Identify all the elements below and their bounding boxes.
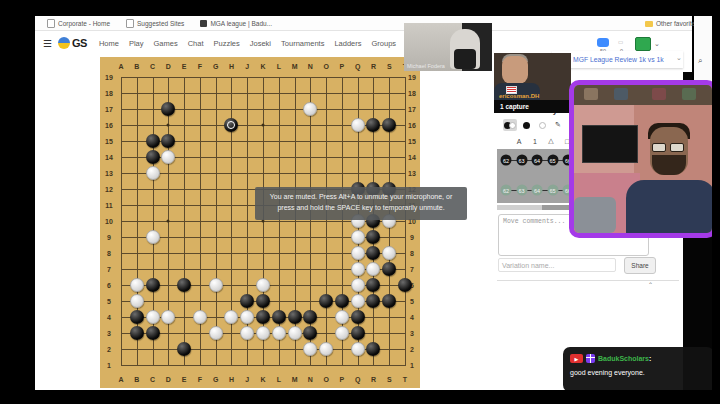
coord-col-bottom: L bbox=[277, 376, 281, 383]
coord-col-top: R bbox=[371, 63, 376, 70]
coord-col-bottom: H bbox=[229, 376, 234, 383]
coord-row-left: 9 bbox=[107, 234, 111, 241]
black-stone-Q3 bbox=[351, 326, 365, 340]
cam-shelf bbox=[574, 85, 712, 105]
nav-item-ladders[interactable]: Ladders bbox=[334, 39, 361, 48]
chevron-down-icon[interactable]: ⌄ bbox=[676, 54, 682, 62]
black-stone-H16 bbox=[224, 118, 238, 132]
white-stone-H4 bbox=[224, 310, 238, 324]
black-stone-C15 bbox=[146, 134, 160, 148]
tool-letter-button[interactable]: A bbox=[512, 135, 526, 147]
nav-item-tournaments[interactable]: Tournaments bbox=[281, 39, 324, 48]
page-icon bbox=[47, 19, 55, 28]
shelf-item bbox=[584, 88, 598, 100]
coord-col-top: C bbox=[150, 63, 155, 70]
black-stone-T6 bbox=[398, 278, 412, 292]
logo-ball-icon bbox=[58, 37, 70, 49]
nav-item-home[interactable]: Home bbox=[99, 39, 119, 48]
coord-col-bottom: S bbox=[387, 376, 392, 383]
menu-icon[interactable]: ☰ bbox=[43, 38, 52, 49]
letterbox-left bbox=[0, 16, 35, 390]
coord-col-bottom: M bbox=[292, 376, 298, 383]
game-title-bar[interactable]: MGF League Review 1k vs 1k bbox=[552, 51, 683, 68]
coord-row-right: 1 bbox=[410, 362, 414, 369]
bookmark-label: Suggested Sites bbox=[137, 20, 184, 27]
white-stone-icon bbox=[509, 122, 516, 129]
white-stone-C9 bbox=[146, 230, 160, 244]
coord-row-left: 14 bbox=[105, 154, 113, 161]
move-node-64[interactable]: 64 bbox=[532, 155, 543, 166]
black-stone-D15 bbox=[161, 134, 175, 148]
white-stone-Q5 bbox=[351, 294, 365, 308]
black-stone-S7 bbox=[382, 262, 396, 276]
coord-row-right: 3 bbox=[410, 330, 414, 337]
search-icon[interactable]: ⌕ bbox=[698, 56, 702, 66]
white-stone-M3 bbox=[288, 326, 302, 340]
star-point bbox=[262, 124, 265, 127]
variation-node-62[interactable]: 62 bbox=[501, 185, 512, 196]
black-stone-N3 bbox=[303, 326, 317, 340]
white-stone-F4 bbox=[193, 310, 207, 324]
white-stone-Q6 bbox=[351, 278, 365, 292]
coord-col-top: S bbox=[387, 63, 392, 70]
chat-message: good evening everyone. bbox=[570, 367, 645, 378]
star-point bbox=[167, 220, 170, 223]
black-stone-B4 bbox=[130, 310, 144, 324]
grid-line bbox=[405, 77, 406, 365]
variation-node-65[interactable]: 65 bbox=[547, 185, 558, 196]
chat-bubble-icon[interactable] bbox=[597, 38, 609, 47]
shelf-item bbox=[652, 88, 666, 100]
black-stone-R16 bbox=[366, 118, 380, 132]
webcam-name-label: Michael Fodera bbox=[407, 63, 445, 69]
letterbox-bottom bbox=[0, 390, 720, 404]
white-stone-J4 bbox=[240, 310, 254, 324]
black-stone-M4 bbox=[288, 310, 302, 324]
other-favorites-button[interactable]: Other favorites bbox=[645, 20, 699, 27]
glasses-lens bbox=[670, 143, 684, 152]
coord-col-top: Q bbox=[355, 63, 360, 70]
tool-pencil-button[interactable]: ✎ bbox=[551, 119, 565, 131]
coord-row-left: 12 bbox=[105, 186, 113, 193]
coord-col-top: F bbox=[198, 63, 202, 70]
nav-item-games[interactable]: Games bbox=[153, 39, 177, 48]
coord-row-left: 16 bbox=[105, 122, 113, 129]
black-stone-Q4 bbox=[351, 310, 365, 324]
coord-row-left: 8 bbox=[107, 250, 111, 257]
coord-row-right: 9 bbox=[410, 234, 414, 241]
coord-row-left: 17 bbox=[105, 106, 113, 113]
page-icon bbox=[126, 19, 134, 28]
white-stone-Q7 bbox=[351, 262, 365, 276]
bell-icon[interactable]: ▭ bbox=[618, 39, 623, 45]
pencil-icon: ✎ bbox=[555, 121, 561, 129]
white-stone-N2 bbox=[303, 342, 317, 356]
white-stone-S8 bbox=[382, 246, 396, 260]
coord-col-bottom: A bbox=[118, 376, 123, 383]
white-stone-G6 bbox=[209, 278, 223, 292]
black-stone-K4 bbox=[256, 310, 270, 324]
coord-row-left: 5 bbox=[107, 298, 111, 305]
black-stone-icon bbox=[523, 122, 530, 129]
coord-row-right: 17 bbox=[408, 106, 416, 113]
chevron-down-icon[interactable]: ⌄ bbox=[654, 40, 660, 48]
nav-item-chat[interactable]: Chat bbox=[188, 39, 204, 48]
muted-line1: You are muted. Press Alt+A to unmute you… bbox=[255, 191, 467, 202]
last-move-marker bbox=[227, 121, 235, 129]
white-stone-D4 bbox=[161, 310, 175, 324]
webcam-main-speaker[interactable] bbox=[569, 80, 717, 238]
white-stone-G3 bbox=[209, 326, 223, 340]
glasses-lens bbox=[652, 143, 666, 152]
black-stone-R5 bbox=[366, 294, 380, 308]
coord-row-left: 18 bbox=[105, 90, 113, 97]
white-stone-Q8 bbox=[351, 246, 365, 260]
site-icon bbox=[200, 20, 207, 27]
coord-col-top: H bbox=[229, 63, 234, 70]
nav-item-play[interactable]: Play bbox=[129, 39, 144, 48]
coord-row-right: 14 bbox=[408, 154, 416, 161]
coord-row-left: 15 bbox=[105, 138, 113, 145]
bookmarks-bar: Corporate - Home Suggested Sites MGA lea… bbox=[35, 17, 692, 31]
nav-item-joseki[interactable]: Joseki bbox=[250, 39, 271, 48]
black-stone-L4 bbox=[272, 310, 286, 324]
black-stone-C14 bbox=[146, 150, 160, 164]
tool-triangle-button[interactable]: △ bbox=[544, 135, 558, 147]
white-stone-K3 bbox=[256, 326, 270, 340]
coord-row-left: 2 bbox=[107, 346, 111, 353]
black-stone-P5 bbox=[335, 294, 349, 308]
shelf-item bbox=[614, 88, 628, 100]
coord-row-right: 19 bbox=[408, 74, 416, 81]
coord-row-right: 8 bbox=[410, 250, 414, 257]
white-stone-Q2 bbox=[351, 342, 365, 356]
letterbox-top bbox=[0, 0, 720, 16]
webcam-michael[interactable]: Michael Fodera bbox=[404, 23, 492, 71]
black-stone-D17 bbox=[161, 102, 175, 116]
screen: Corporate - Home Suggested Sites MGA lea… bbox=[0, 0, 720, 404]
coord-col-bottom: E bbox=[182, 376, 187, 383]
variation-node-64[interactable]: 64 bbox=[532, 185, 543, 196]
coord-col-bottom: T bbox=[403, 376, 407, 383]
coord-col-bottom: P bbox=[340, 376, 345, 383]
coord-row-right: 5 bbox=[410, 298, 414, 305]
nav-item-puzzles[interactable]: Puzzles bbox=[214, 39, 240, 48]
coord-col-top: G bbox=[213, 63, 218, 70]
black-stone-N4 bbox=[303, 310, 317, 324]
shelf-item bbox=[682, 88, 696, 100]
coord-col-bottom: Q bbox=[355, 376, 360, 383]
bookmark-corporate-home[interactable]: Corporate - Home bbox=[47, 19, 110, 28]
coord-row-right: 15 bbox=[408, 138, 416, 145]
nav-item-groups[interactable]: Groups bbox=[372, 39, 397, 48]
coord-row-right: 7 bbox=[410, 266, 414, 273]
capture-tool-icon[interactable] bbox=[635, 37, 651, 51]
coord-col-top: O bbox=[323, 63, 328, 70]
live-chat-message: ▶ BadukScholars: good evening everyone. bbox=[563, 347, 714, 392]
go-board[interactable]: AABBCCDDEEFFGGHHJJKKLLMMNNOOPPQQRRSSTT19… bbox=[100, 57, 420, 388]
black-stone-R8 bbox=[366, 246, 380, 260]
coord-row-left: 10 bbox=[105, 218, 113, 225]
coord-row-left: 4 bbox=[107, 314, 111, 321]
coord-col-bottom: N bbox=[308, 376, 313, 383]
coord-col-top: E bbox=[182, 63, 187, 70]
chat-username[interactable]: BadukScholars: bbox=[598, 353, 651, 364]
coord-row-right: 18 bbox=[408, 90, 416, 97]
bookmark-mga-league[interactable]: MGA league | Badu... bbox=[200, 20, 272, 27]
chevron-up-icon[interactable]: ⌃ bbox=[648, 281, 653, 288]
coord-col-bottom: D bbox=[166, 376, 171, 383]
coord-col-top: B bbox=[134, 63, 139, 70]
white-stone-N17 bbox=[303, 102, 317, 116]
white-stone-O2 bbox=[319, 342, 333, 356]
black-stone-S16 bbox=[382, 118, 396, 132]
white-stone-C13 bbox=[146, 166, 160, 180]
bookmark-label: Corporate - Home bbox=[58, 20, 110, 27]
black-stone-O5 bbox=[319, 294, 333, 308]
black-stone-B3 bbox=[130, 326, 144, 340]
move-node-63[interactable]: 63 bbox=[516, 155, 527, 166]
cam-person-body bbox=[626, 180, 716, 235]
move-node-62[interactable]: 62 bbox=[501, 155, 512, 166]
coord-row-right: 13 bbox=[408, 170, 416, 177]
bookmark-label: MGA league | Badu... bbox=[210, 20, 272, 27]
move-node-65[interactable]: 65 bbox=[547, 155, 558, 166]
coord-col-bottom: C bbox=[150, 376, 155, 383]
black-stone-J5 bbox=[240, 294, 254, 308]
muted-notification: You are muted. Press Alt+A to unmute you… bbox=[255, 187, 467, 220]
grid-line bbox=[121, 365, 406, 366]
coord-col-bottom: O bbox=[323, 376, 328, 383]
black-stone-S5 bbox=[382, 294, 396, 308]
black-stone-K5 bbox=[256, 294, 270, 308]
coord-col-top: N bbox=[308, 63, 313, 70]
coord-row-right: 2 bbox=[410, 346, 414, 353]
coord-col-top: M bbox=[292, 63, 298, 70]
tool-white-stone-button[interactable] bbox=[535, 119, 549, 131]
coord-col-top: A bbox=[118, 63, 123, 70]
coord-col-bottom: B bbox=[134, 376, 139, 383]
black-stone-R2 bbox=[366, 342, 380, 356]
white-stone-B5 bbox=[130, 294, 144, 308]
coord-col-bottom: J bbox=[245, 376, 249, 383]
coord-col-top: J bbox=[245, 63, 249, 70]
logo-text: GS bbox=[72, 37, 87, 49]
white-stone-D14 bbox=[161, 150, 175, 164]
bookmark-suggested-sites[interactable]: Suggested Sites bbox=[126, 19, 184, 28]
black-stone-C6 bbox=[146, 278, 160, 292]
coord-col-top: L bbox=[277, 63, 281, 70]
capture-count-label: 1 capture bbox=[500, 103, 529, 110]
gift-badge-icon bbox=[586, 354, 595, 363]
coord-row-right: 4 bbox=[410, 314, 414, 321]
folder-icon bbox=[645, 21, 653, 27]
black-stone-C3 bbox=[146, 326, 160, 340]
coord-col-top: P bbox=[340, 63, 345, 70]
coord-col-top: K bbox=[260, 63, 265, 70]
site-logo[interactable]: GS bbox=[58, 37, 87, 49]
white-stone-B6 bbox=[130, 278, 144, 292]
variation-name-input[interactable]: Variation name... bbox=[498, 258, 616, 272]
coord-row-left: 7 bbox=[107, 266, 111, 273]
capture-status-bar: 1 capture bbox=[494, 100, 571, 113]
white-stone-Q9 bbox=[351, 230, 365, 244]
white-stone-R7 bbox=[366, 262, 380, 276]
letterbox-right bbox=[712, 16, 720, 390]
black-stone-R6 bbox=[366, 278, 380, 292]
game-title-link[interactable]: MGF League Review 1k vs 1k bbox=[573, 56, 664, 63]
coord-col-bottom: R bbox=[371, 376, 376, 383]
coord-col-bottom: K bbox=[260, 376, 265, 383]
black-stone-R9 bbox=[366, 230, 380, 244]
coord-col-top: D bbox=[166, 63, 171, 70]
white-stone-C4 bbox=[146, 310, 160, 324]
webcam-name-label: ericosman.DH bbox=[499, 93, 539, 99]
white-stone-K6 bbox=[256, 278, 270, 292]
white-stone-Q16 bbox=[351, 118, 365, 132]
tool-black-stone-button[interactable] bbox=[519, 119, 533, 131]
cam-person-beard bbox=[652, 155, 686, 175]
cam-person-face bbox=[502, 56, 528, 84]
cam-person-face bbox=[454, 49, 476, 69]
white-stone-P3 bbox=[335, 326, 349, 340]
share-button[interactable]: Share bbox=[624, 257, 656, 274]
tool-number-button[interactable]: 1 bbox=[528, 135, 542, 147]
star-point bbox=[167, 124, 170, 127]
coord-row-left: 13 bbox=[105, 170, 113, 177]
coord-row-left: 1 bbox=[107, 362, 111, 369]
black-stone-E2 bbox=[177, 342, 191, 356]
cam-tv bbox=[582, 125, 638, 163]
tool-alternate-stones-button[interactable] bbox=[503, 119, 517, 131]
grid-line bbox=[326, 77, 327, 365]
coord-row-left: 6 bbox=[107, 282, 111, 289]
muted-line2: press and hold the SPACE key to temporar… bbox=[255, 202, 467, 213]
coord-col-bottom: F bbox=[198, 376, 202, 383]
video-badge-icon: ▶ bbox=[570, 354, 583, 363]
white-stone-P4 bbox=[335, 310, 349, 324]
cam-cushion bbox=[574, 197, 616, 233]
coord-row-left: 11 bbox=[105, 202, 112, 209]
coord-row-left: 3 bbox=[107, 330, 111, 337]
coord-row-left: 19 bbox=[105, 74, 113, 81]
coord-row-right: 16 bbox=[408, 122, 416, 129]
white-stone-icon bbox=[539, 122, 546, 129]
other-favorites-label: Other favorites bbox=[656, 20, 699, 27]
white-stone-L3 bbox=[272, 326, 286, 340]
variation-node-63[interactable]: 63 bbox=[516, 185, 527, 196]
black-stone-E6 bbox=[177, 278, 191, 292]
coord-col-bottom: G bbox=[213, 376, 218, 383]
white-stone-J3 bbox=[240, 326, 254, 340]
